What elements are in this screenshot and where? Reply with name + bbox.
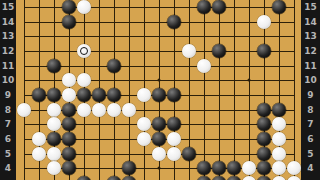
stone-black[interactable]	[257, 103, 271, 117]
stone-white[interactable]	[287, 176, 301, 180]
stone-white[interactable]	[167, 132, 181, 146]
stone-white[interactable]	[32, 147, 46, 161]
row-coordinate-label: 11	[304, 61, 317, 70]
stone-white[interactable]	[272, 161, 286, 175]
row-coordinate-label: 5	[5, 149, 11, 158]
stone-white[interactable]	[152, 147, 166, 161]
stone-white[interactable]	[242, 176, 256, 180]
stone-black[interactable]	[47, 59, 61, 73]
stone-white[interactable]	[182, 44, 196, 58]
stone-black[interactable]	[32, 88, 46, 102]
stone-black[interactable]	[167, 117, 181, 131]
stone-black[interactable]	[152, 132, 166, 146]
stone-white[interactable]	[287, 161, 301, 175]
stone-black[interactable]	[122, 176, 136, 180]
stone-white[interactable]	[62, 73, 76, 87]
stone-black[interactable]	[272, 0, 286, 14]
stone-black[interactable]	[197, 161, 211, 175]
stone-black[interactable]	[107, 59, 121, 73]
row-coordinate-label: 13	[2, 32, 15, 41]
last-move-marker-icon	[80, 47, 88, 55]
stone-black[interactable]	[227, 176, 241, 180]
stone-white[interactable]	[47, 161, 61, 175]
stone-black[interactable]	[107, 88, 121, 102]
stone-black[interactable]	[77, 88, 91, 102]
stone-black[interactable]	[212, 176, 226, 180]
stone-black[interactable]	[152, 88, 166, 102]
stone-black[interactable]	[62, 147, 76, 161]
stone-black[interactable]	[257, 161, 271, 175]
row-coordinate-label: 6	[307, 134, 313, 143]
stone-white[interactable]	[242, 161, 256, 175]
stone-black[interactable]	[62, 0, 76, 14]
stone-black[interactable]	[212, 44, 226, 58]
stone-black[interactable]	[167, 15, 181, 29]
stone-white[interactable]	[107, 103, 121, 117]
row-coordinate-label: 11	[2, 61, 15, 70]
row-coordinate-label: 10	[304, 76, 317, 85]
stone-white[interactable]	[137, 88, 151, 102]
stone-white[interactable]	[272, 176, 286, 180]
row-coordinate-label: 15	[304, 3, 317, 12]
stone-black[interactable]	[77, 176, 91, 180]
stone-white[interactable]	[257, 15, 271, 29]
stone-black[interactable]	[182, 147, 196, 161]
stone-black[interactable]	[257, 132, 271, 146]
stone-white[interactable]	[62, 88, 76, 102]
stone-black[interactable]	[122, 161, 136, 175]
row-coordinate-label: 9	[307, 90, 313, 99]
stone-black[interactable]	[62, 161, 76, 175]
stone-black[interactable]	[167, 88, 181, 102]
row-labels-left: 151413121110987654	[0, 0, 16, 180]
stone-black[interactable]	[227, 161, 241, 175]
row-coordinate-label: 6	[5, 134, 11, 143]
stone-white[interactable]	[77, 73, 91, 87]
stone-black[interactable]	[257, 117, 271, 131]
row-coordinate-label: 15	[2, 3, 15, 12]
stone-black[interactable]	[197, 0, 211, 14]
stone-white[interactable]	[77, 44, 91, 58]
row-labels-right: 151413121110987654	[301, 0, 320, 180]
row-coordinate-label: 14	[304, 17, 317, 26]
row-coordinate-label: 7	[5, 120, 11, 129]
stone-black[interactable]	[197, 176, 211, 180]
row-coordinate-label: 12	[304, 46, 317, 55]
stone-white[interactable]	[122, 103, 136, 117]
stone-white[interactable]	[197, 59, 211, 73]
stone-black[interactable]	[47, 132, 61, 146]
stone-white[interactable]	[47, 117, 61, 131]
star-point	[248, 79, 251, 82]
stone-white[interactable]	[47, 103, 61, 117]
stone-white[interactable]	[77, 103, 91, 117]
stone-black[interactable]	[257, 147, 271, 161]
go-board[interactable]	[16, 0, 301, 180]
grid-line-horizontal	[24, 66, 295, 67]
stone-black[interactable]	[257, 176, 271, 180]
row-coordinate-label: 8	[5, 105, 11, 114]
stone-white[interactable]	[137, 117, 151, 131]
stone-white[interactable]	[137, 132, 151, 146]
stone-white[interactable]	[32, 132, 46, 146]
stone-white[interactable]	[92, 103, 106, 117]
row-coordinate-label: 14	[2, 17, 15, 26]
stone-white[interactable]	[47, 147, 61, 161]
row-coordinate-label: 8	[307, 105, 313, 114]
stone-white[interactable]	[77, 0, 91, 14]
stone-white[interactable]	[272, 117, 286, 131]
row-coordinate-label: 9	[5, 90, 11, 99]
stone-black[interactable]	[152, 117, 166, 131]
stone-black[interactable]	[212, 0, 226, 14]
grid-line-horizontal	[24, 51, 295, 52]
stone-black[interactable]	[62, 132, 76, 146]
row-coordinate-label: 10	[2, 76, 15, 85]
stone-black[interactable]	[62, 15, 76, 29]
row-coordinate-label: 13	[304, 32, 317, 41]
row-coordinate-label: 12	[2, 46, 15, 55]
go-app-screen: 151413121110987654 151413121110987654	[0, 0, 320, 180]
stone-black[interactable]	[62, 117, 76, 131]
stone-black[interactable]	[107, 176, 121, 180]
stone-black[interactable]	[47, 88, 61, 102]
row-coordinate-label: 5	[307, 149, 313, 158]
row-coordinate-label: 7	[307, 120, 313, 129]
stone-black[interactable]	[257, 44, 271, 58]
star-point	[158, 79, 161, 82]
stone-black[interactable]	[62, 103, 76, 117]
stone-white[interactable]	[272, 147, 286, 161]
stone-black[interactable]	[272, 103, 286, 117]
stone-black[interactable]	[92, 88, 106, 102]
stone-white[interactable]	[167, 147, 181, 161]
row-coordinate-label: 4	[5, 164, 11, 173]
stone-black[interactable]	[212, 161, 226, 175]
star-point	[158, 167, 161, 170]
row-coordinate-label: 4	[307, 164, 313, 173]
stone-white[interactable]	[17, 103, 31, 117]
stone-white[interactable]	[272, 132, 286, 146]
grid-line-horizontal	[24, 36, 295, 37]
